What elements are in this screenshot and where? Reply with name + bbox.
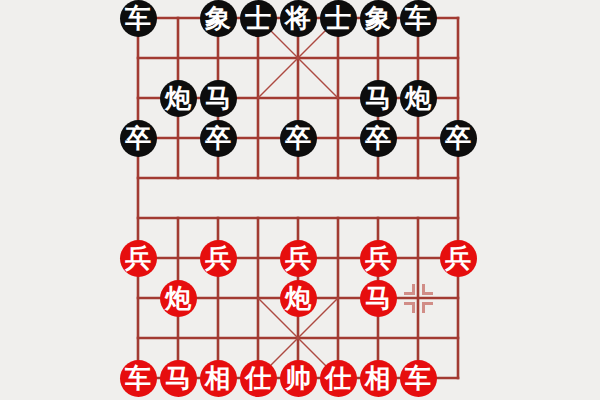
piece-black-horse[interactable]: 马 — [360, 80, 397, 117]
piece-black-elephant[interactable]: 象 — [360, 0, 397, 37]
marker-corner-tl — [404, 284, 415, 295]
piece-red-soldier[interactable]: 兵 — [120, 240, 157, 277]
piece-black-advisor[interactable]: 士 — [240, 0, 277, 37]
piece-black-general[interactable]: 将 — [280, 0, 317, 37]
piece-black-chariot[interactable]: 车 — [120, 0, 157, 37]
piece-black-elephant[interactable]: 象 — [200, 0, 237, 37]
piece-red-soldier[interactable]: 兵 — [360, 240, 397, 277]
board-grid — [0, 0, 600, 400]
piece-black-soldier[interactable]: 卒 — [360, 120, 397, 157]
last-move-marker — [404, 284, 433, 313]
marker-corner-tr — [422, 284, 433, 295]
piece-red-elephant[interactable]: 相 — [200, 360, 237, 397]
piece-red-chariot[interactable]: 车 — [120, 360, 157, 397]
piece-red-soldier[interactable]: 兵 — [200, 240, 237, 277]
piece-black-soldier[interactable]: 卒 — [280, 120, 317, 157]
piece-black-horse[interactable]: 马 — [200, 80, 237, 117]
piece-red-elephant[interactable]: 相 — [360, 360, 397, 397]
piece-red-horse[interactable]: 马 — [160, 360, 197, 397]
piece-red-general[interactable]: 帅 — [280, 360, 317, 397]
marker-corner-bl — [404, 302, 415, 313]
piece-red-advisor[interactable]: 仕 — [320, 360, 357, 397]
piece-red-soldier[interactable]: 兵 — [280, 240, 317, 277]
piece-black-cannon[interactable]: 炮 — [160, 80, 197, 117]
piece-black-soldier[interactable]: 卒 — [200, 120, 237, 157]
piece-black-chariot[interactable]: 车 — [400, 0, 437, 37]
piece-red-chariot[interactable]: 车 — [400, 360, 437, 397]
xiangqi-board[interactable]: 车象士将士象车炮马马炮卒卒卒卒卒兵兵兵兵兵炮炮马车马相仕帅仕相车 — [0, 0, 600, 400]
piece-red-cannon[interactable]: 炮 — [160, 280, 197, 317]
piece-red-horse[interactable]: 马 — [360, 280, 397, 317]
piece-red-cannon[interactable]: 炮 — [280, 280, 317, 317]
piece-black-cannon[interactable]: 炮 — [400, 80, 437, 117]
piece-black-soldier[interactable]: 卒 — [120, 120, 157, 157]
piece-red-advisor[interactable]: 仕 — [240, 360, 277, 397]
piece-black-advisor[interactable]: 士 — [320, 0, 357, 37]
piece-black-soldier[interactable]: 卒 — [440, 120, 477, 157]
piece-red-soldier[interactable]: 兵 — [440, 240, 477, 277]
marker-corner-br — [422, 302, 433, 313]
